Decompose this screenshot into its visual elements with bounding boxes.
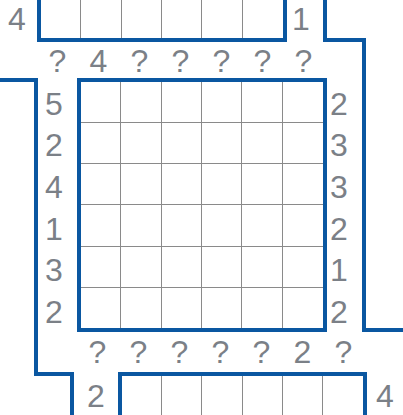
grid-cell[interactable] — [202, 288, 242, 328]
grid-cell[interactable] — [283, 123, 323, 164]
grid-cell[interactable] — [81, 205, 121, 246]
grid-cell[interactable] — [121, 82, 161, 123]
grid-cell[interactable] — [162, 123, 202, 164]
grid-cell[interactable] — [283, 82, 323, 123]
lower-row-left-clue: 2 — [74, 378, 118, 414]
grid-cell[interactable] — [121, 288, 161, 328]
region-border-right-vertical — [362, 42, 366, 328]
grid-cell[interactable] — [81, 288, 121, 328]
grid-cell[interactable] — [202, 164, 242, 205]
grid-cell[interactable] — [41, 0, 81, 38]
clue-cell: ? — [160, 42, 201, 79]
clue-cell: ? — [77, 332, 118, 372]
clue-cell: ? — [283, 42, 324, 79]
grid-cell[interactable] — [242, 82, 282, 123]
clue-cell: ? — [118, 332, 159, 372]
region-border-left-horizontal — [0, 78, 38, 82]
clue-cell: 4 — [34, 166, 74, 208]
grid-cell[interactable] — [162, 247, 202, 288]
clue-cell: ? — [323, 332, 364, 372]
grid-cell[interactable] — [162, 164, 202, 205]
grid-cell[interactable] — [242, 288, 282, 328]
grid-cell[interactable] — [202, 376, 242, 415]
grid-cell[interactable] — [242, 123, 282, 164]
region-border-bottomleft-horizontal — [34, 372, 74, 376]
lower-grid-partial — [118, 372, 367, 415]
grid-cell[interactable] — [202, 123, 242, 164]
clue-cell: ? — [201, 42, 242, 79]
grid-cell[interactable] — [81, 247, 121, 288]
clue-cell: 3 — [34, 250, 74, 292]
grid-cell[interactable] — [122, 0, 162, 38]
grid-cell[interactable] — [162, 376, 202, 415]
grid-cell[interactable] — [283, 376, 323, 415]
upper-row-left-clue: 4 — [0, 0, 34, 38]
clue-cell: ? — [241, 332, 282, 372]
grid-cell[interactable] — [162, 0, 202, 38]
clue-cell: 4 — [78, 42, 119, 79]
grid-cell[interactable] — [121, 164, 161, 205]
grid-cell[interactable] — [121, 123, 161, 164]
grid-cell[interactable] — [283, 164, 323, 205]
clue-cell: 3 — [322, 125, 356, 167]
clue-cell: ? — [242, 42, 283, 79]
grid-cell[interactable] — [242, 247, 282, 288]
region-border-topright-vertical — [323, 0, 327, 42]
grid-cell[interactable] — [242, 164, 282, 205]
clue-cell: ? — [159, 332, 200, 372]
grid-cell[interactable] — [162, 288, 202, 328]
grid-cell[interactable] — [81, 82, 121, 123]
clue-cell: ? — [200, 332, 241, 372]
right-clue-strip: 233212 — [322, 83, 356, 333]
clue-cell: 1 — [322, 250, 356, 292]
grid-cell[interactable] — [81, 164, 121, 205]
left-clue-strip: 524132 — [34, 83, 74, 333]
clue-cell: 2 — [322, 208, 356, 250]
upper-grid-partial — [37, 0, 287, 42]
grid-cell[interactable] — [283, 288, 323, 328]
grid-cell[interactable] — [283, 247, 323, 288]
puzzle-board: 4 1 ?4????? 524132 233212 ?????2? 2 4 — [0, 0, 403, 415]
grid-cell[interactable] — [202, 0, 242, 38]
grid-cell[interactable] — [81, 123, 121, 164]
clue-cell: 2 — [282, 332, 323, 372]
lower-grid-cells — [122, 376, 363, 415]
clue-cell: 2 — [322, 291, 356, 333]
clue-cell: 2 — [34, 125, 74, 167]
grid-cell[interactable] — [283, 205, 323, 246]
bottom-clue-strip: ?????2? — [77, 332, 364, 372]
grid-cell[interactable] — [243, 376, 283, 415]
clue-cell: 5 — [34, 83, 74, 125]
upper-grid-cells — [41, 0, 283, 38]
upper-row-right-clue: 1 — [287, 0, 315, 38]
clue-cell: 2 — [322, 83, 356, 125]
grid-cell[interactable] — [121, 205, 161, 246]
grid-cell[interactable] — [323, 376, 363, 415]
grid-cell[interactable] — [202, 247, 242, 288]
lower-row-right-clue: 4 — [367, 378, 403, 414]
main-grid — [77, 78, 327, 332]
grid-cell[interactable] — [243, 0, 283, 38]
region-border-topright-horizontal — [327, 38, 366, 42]
clue-cell: 1 — [34, 208, 74, 250]
grid-cell[interactable] — [162, 205, 202, 246]
clue-cell: 2 — [34, 291, 74, 333]
grid-cell[interactable] — [121, 247, 161, 288]
grid-cell[interactable] — [162, 82, 202, 123]
main-grid-cells — [81, 82, 323, 328]
grid-cell[interactable] — [122, 376, 162, 415]
clue-cell: ? — [119, 42, 160, 79]
top-clue-strip: ?4????? — [37, 42, 324, 79]
grid-cell[interactable] — [202, 205, 242, 246]
grid-cell[interactable] — [202, 82, 242, 123]
clue-cell: ? — [37, 42, 78, 79]
clue-cell: 3 — [322, 166, 356, 208]
region-border-right-horizontal — [362, 328, 403, 332]
grid-cell[interactable] — [242, 205, 282, 246]
grid-cell[interactable] — [81, 0, 121, 38]
